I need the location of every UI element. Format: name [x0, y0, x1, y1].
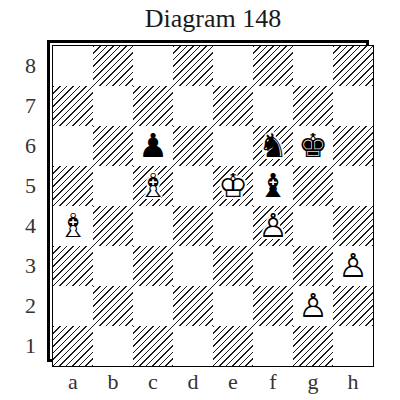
white-bishop: ♝♗ [133, 166, 173, 206]
square-g8 [293, 46, 333, 86]
black-bishop: ♝♝ [253, 166, 293, 206]
board-area: 87654321 ♟♟♞♞♚♚♝♗♚♔♝♝♝♗♟♙♟♙♟♙ [14, 40, 400, 366]
black-bishop-glyph: ♝ [253, 166, 293, 206]
white-pawn-glyph: ♙ [253, 206, 293, 246]
white-bishop-glyph: ♗ [133, 166, 173, 206]
square-g1 [293, 326, 333, 366]
square-h2 [333, 286, 373, 326]
square-d2 [173, 286, 213, 326]
black-pawn-glyph: ♟ [133, 126, 173, 166]
square-a1 [53, 326, 93, 366]
white-pawn: ♟♙ [293, 286, 333, 326]
rank-label-5: 5 [14, 166, 47, 206]
square-h3: ♟♙ [333, 246, 373, 286]
square-g3 [293, 246, 333, 286]
file-label-c: c [133, 369, 173, 395]
file-labels: abcdefgh [47, 366, 379, 395]
square-f3 [253, 246, 293, 286]
square-e1 [213, 326, 253, 366]
square-e7 [213, 86, 253, 126]
square-a4: ♝♗ [53, 206, 93, 246]
white-king: ♚♔ [213, 166, 253, 206]
file-label-a: a [53, 369, 93, 395]
square-f5: ♝♝ [253, 166, 293, 206]
square-c5: ♝♗ [133, 166, 173, 206]
square-d1 [173, 326, 213, 366]
rank-label-2: 2 [14, 286, 47, 326]
square-b5 [93, 166, 133, 206]
square-a2 [53, 286, 93, 326]
square-b4 [93, 206, 133, 246]
square-d7 [173, 86, 213, 126]
rank-label-3: 3 [14, 246, 47, 286]
diagram-title: Diagram 148 [47, 4, 379, 34]
square-b8 [93, 46, 133, 86]
square-b7 [93, 86, 133, 126]
square-e2 [213, 286, 253, 326]
square-h7 [333, 86, 373, 126]
white-pawn: ♟♙ [333, 246, 373, 286]
file-label-d: d [173, 369, 213, 395]
white-king-glyph: ♔ [213, 166, 253, 206]
board-frame: ♟♟♞♞♚♚♝♗♚♔♝♝♝♗♟♙♟♙♟♙ [47, 40, 369, 362]
square-c7 [133, 86, 173, 126]
black-pawn: ♟♟ [133, 126, 173, 166]
square-g4 [293, 206, 333, 246]
file-label-g: g [293, 369, 333, 395]
square-e5: ♚♔ [213, 166, 253, 206]
square-c6: ♟♟ [133, 126, 173, 166]
square-f4: ♟♙ [253, 206, 293, 246]
square-b3 [93, 246, 133, 286]
square-f6: ♞♞ [253, 126, 293, 166]
square-e3 [213, 246, 253, 286]
file-label-h: h [333, 369, 373, 395]
square-c3 [133, 246, 173, 286]
black-king-glyph: ♚ [293, 126, 333, 166]
square-g5 [293, 166, 333, 206]
rank-label-6: 6 [14, 126, 47, 166]
square-d4 [173, 206, 213, 246]
square-a8 [53, 46, 93, 86]
file-label-f: f [253, 369, 293, 395]
square-e6 [213, 126, 253, 166]
rank-label-8: 8 [14, 46, 47, 86]
square-c1 [133, 326, 173, 366]
rank-label-4: 4 [14, 206, 47, 246]
square-h6 [333, 126, 373, 166]
file-label-e: e [213, 369, 253, 395]
square-d3 [173, 246, 213, 286]
square-f7 [253, 86, 293, 126]
square-d5 [173, 166, 213, 206]
white-pawn-glyph: ♙ [333, 246, 373, 286]
white-bishop-glyph: ♗ [53, 206, 93, 246]
square-h5 [333, 166, 373, 206]
square-g6: ♚♚ [293, 126, 333, 166]
file-label-b: b [93, 369, 133, 395]
square-d8 [173, 46, 213, 86]
square-f1 [253, 326, 293, 366]
square-e4 [213, 206, 253, 246]
square-a5 [53, 166, 93, 206]
square-c8 [133, 46, 173, 86]
square-c4 [133, 206, 173, 246]
white-pawn: ♟♙ [253, 206, 293, 246]
rank-label-1: 1 [14, 326, 47, 366]
square-a7 [53, 86, 93, 126]
square-e8 [213, 46, 253, 86]
white-bishop: ♝♗ [53, 206, 93, 246]
black-knight: ♞♞ [253, 126, 293, 166]
black-knight-glyph: ♞ [253, 126, 293, 166]
square-b1 [93, 326, 133, 366]
square-f2 [253, 286, 293, 326]
square-g7 [293, 86, 333, 126]
square-a3 [53, 246, 93, 286]
square-h1 [333, 326, 373, 366]
square-h8 [333, 46, 373, 86]
rank-labels: 87654321 [14, 40, 47, 366]
black-king: ♚♚ [293, 126, 333, 166]
square-a6 [53, 126, 93, 166]
square-d6 [173, 126, 213, 166]
square-c2 [133, 286, 173, 326]
square-g2: ♟♙ [293, 286, 333, 326]
square-b2 [93, 286, 133, 326]
square-h4 [333, 206, 373, 246]
rank-label-7: 7 [14, 86, 47, 126]
square-b6 [93, 126, 133, 166]
chess-board: ♟♟♞♞♚♚♝♗♚♔♝♝♝♗♟♙♟♙♟♙ [52, 45, 374, 367]
square-f8 [253, 46, 293, 86]
white-pawn-glyph: ♙ [293, 286, 333, 326]
